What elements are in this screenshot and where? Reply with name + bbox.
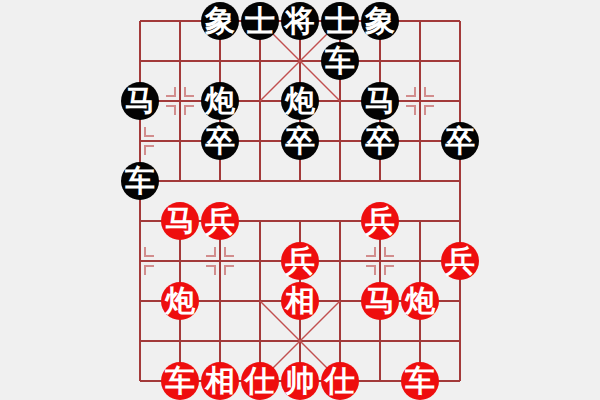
piece-black-advisor[interactable]: 士 bbox=[241, 2, 279, 40]
piece-red-soldier[interactable]: 兵 bbox=[361, 202, 399, 240]
xiangqi-board: 象士将士象车马炮炮马卒卒卒卒车马兵兵兵兵炮相马炮车相仕帅仕车 bbox=[0, 0, 600, 400]
piece-red-soldier[interactable]: 兵 bbox=[201, 202, 239, 240]
piece-red-horse[interactable]: 马 bbox=[161, 202, 199, 240]
piece-black-cannon[interactable]: 炮 bbox=[281, 82, 319, 120]
piece-red-advisor[interactable]: 仕 bbox=[321, 362, 359, 400]
piece-red-cannon[interactable]: 炮 bbox=[401, 282, 439, 320]
piece-black-soldier[interactable]: 卒 bbox=[201, 122, 239, 160]
piece-black-advisor[interactable]: 士 bbox=[321, 2, 359, 40]
piece-black-chariot[interactable]: 车 bbox=[321, 42, 359, 80]
piece-red-elephant[interactable]: 相 bbox=[281, 282, 319, 320]
piece-black-soldier[interactable]: 卒 bbox=[361, 122, 399, 160]
piece-red-elephant[interactable]: 相 bbox=[201, 362, 239, 400]
piece-black-chariot[interactable]: 车 bbox=[121, 162, 159, 200]
piece-black-elephant[interactable]: 象 bbox=[201, 2, 239, 40]
piece-red-general[interactable]: 帅 bbox=[281, 362, 319, 400]
piece-red-cannon[interactable]: 炮 bbox=[161, 282, 199, 320]
piece-red-chariot[interactable]: 车 bbox=[401, 362, 439, 400]
board-grid bbox=[0, 0, 600, 400]
piece-black-soldier[interactable]: 卒 bbox=[441, 122, 479, 160]
piece-black-soldier[interactable]: 卒 bbox=[281, 122, 319, 160]
piece-red-advisor[interactable]: 仕 bbox=[241, 362, 279, 400]
piece-red-soldier[interactable]: 兵 bbox=[441, 242, 479, 280]
piece-red-chariot[interactable]: 车 bbox=[161, 362, 199, 400]
piece-black-horse[interactable]: 马 bbox=[121, 82, 159, 120]
piece-red-horse[interactable]: 马 bbox=[361, 282, 399, 320]
piece-black-cannon[interactable]: 炮 bbox=[201, 82, 239, 120]
piece-black-general[interactable]: 将 bbox=[281, 2, 319, 40]
piece-red-soldier[interactable]: 兵 bbox=[281, 242, 319, 280]
piece-black-horse[interactable]: 马 bbox=[361, 82, 399, 120]
piece-black-elephant[interactable]: 象 bbox=[361, 2, 399, 40]
